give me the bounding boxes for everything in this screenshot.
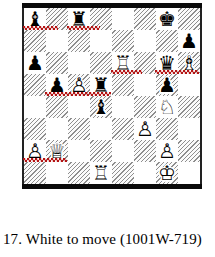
piece-white-king: ♚♔ — [156, 162, 178, 184]
square-g7 — [156, 30, 178, 52]
square-d3 — [90, 118, 112, 140]
piece-black-pawn: ♟ — [178, 30, 200, 52]
piece-black-bishop: ♝ — [90, 96, 112, 118]
square-a3 — [24, 118, 46, 140]
piece-white-pawn: ♟♙ — [134, 118, 156, 140]
square-a4 — [24, 96, 46, 118]
spellcheck-squiggle — [67, 26, 100, 30]
square-d7 — [90, 30, 112, 52]
diagram-caption: 17. White to move (1001W-719) — [3, 231, 215, 248]
square-c4 — [68, 96, 90, 118]
square-g6: ♛ — [156, 52, 178, 74]
square-e6: ♜♖ — [112, 52, 134, 74]
square-a7 — [24, 30, 46, 52]
square-e5 — [112, 74, 134, 96]
piece-white-knight: ♞♘ — [156, 96, 178, 118]
square-e1 — [112, 162, 134, 184]
square-c7 — [68, 30, 90, 52]
square-e3 — [112, 118, 134, 140]
piece-black-pawn: ♟ — [156, 74, 178, 96]
square-f5 — [134, 74, 156, 96]
square-b3 — [46, 118, 68, 140]
piece-white-pawn: ♟♙ — [156, 140, 178, 162]
square-h2 — [178, 140, 200, 162]
square-f8 — [134, 8, 156, 30]
chess-board: ♝♜♚♟♟♜♖♛♝♗♟♟♙♜♟♝♞♘♟♙♟♙♛♕♟♙♜♖♚♔ — [24, 8, 200, 184]
square-h8 — [178, 8, 200, 30]
square-g8: ♚ — [156, 8, 178, 30]
square-f4 — [134, 96, 156, 118]
board-frame: ♝♜♚♟♟♜♖♛♝♗♟♟♙♜♟♝♞♘♟♙♟♙♛♕♟♙♜♖♚♔ — [22, 8, 202, 184]
square-c2 — [68, 140, 90, 162]
square-e7 — [112, 30, 134, 52]
piece-black-pawn: ♟ — [24, 52, 46, 74]
square-f3: ♟♙ — [134, 118, 156, 140]
square-g3 — [156, 118, 178, 140]
square-e4 — [112, 96, 134, 118]
square-h7: ♟ — [178, 30, 200, 52]
square-a5 — [24, 74, 46, 96]
square-g2: ♟♙ — [156, 140, 178, 162]
piece-black-king: ♚ — [156, 8, 178, 30]
square-a2: ♟♙ — [24, 140, 46, 162]
square-h4 — [178, 96, 200, 118]
square-c6 — [68, 52, 90, 74]
square-g5: ♟ — [156, 74, 178, 96]
spellcheck-squiggle — [23, 158, 67, 162]
square-d1: ♜♖ — [90, 162, 112, 184]
spellcheck-squiggle — [155, 70, 199, 74]
square-c8: ♜ — [68, 8, 90, 30]
square-h3 — [178, 118, 200, 140]
square-d6 — [90, 52, 112, 74]
square-b6 — [46, 52, 68, 74]
square-g1: ♚♔ — [156, 162, 178, 184]
square-d4: ♝ — [90, 96, 112, 118]
square-b1 — [46, 162, 68, 184]
square-a6: ♟ — [24, 52, 46, 74]
square-c1 — [68, 162, 90, 184]
square-e2 — [112, 140, 134, 162]
square-f7 — [134, 30, 156, 52]
square-b4 — [46, 96, 68, 118]
square-h5 — [178, 74, 200, 96]
piece-white-rook: ♜♖ — [90, 162, 112, 184]
spellcheck-squiggle — [23, 26, 58, 30]
square-b7 — [46, 30, 68, 52]
square-h1 — [178, 162, 200, 184]
square-a8: ♝ — [24, 8, 46, 30]
square-f2 — [134, 140, 156, 162]
spellcheck-squiggle — [111, 70, 142, 74]
spellcheck-squiggle — [45, 92, 111, 96]
square-d2 — [90, 140, 112, 162]
square-c3 — [68, 118, 90, 140]
chess-diagram: ♝♜♚♟♟♜♖♛♝♗♟♟♙♜♟♝♞♘♟♙♟♙♛♕♟♙♜♖♚♔ 17. White… — [0, 0, 215, 257]
square-e8 — [112, 8, 134, 30]
square-b5: ♟ — [46, 74, 68, 96]
square-a1 — [24, 162, 46, 184]
square-g4: ♞♘ — [156, 96, 178, 118]
square-f1 — [134, 162, 156, 184]
